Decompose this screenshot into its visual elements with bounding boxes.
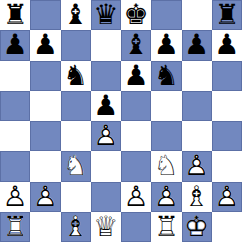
white-knight-piece: ♘ (151, 151, 181, 181)
white-rook-piece-fill: ♜ (151, 212, 181, 242)
square-c6[interactable]: ♞ (61, 61, 91, 91)
white-knight-piece-fill: ♞ (151, 151, 181, 181)
square-f7[interactable]: ♟ (151, 30, 181, 60)
white-rook-piece-fill: ♜ (0, 212, 30, 242)
black-pawn-piece: ♟ (182, 30, 212, 60)
square-d1[interactable]: ♛♕ (91, 212, 121, 242)
square-a1[interactable]: ♜♖ (0, 212, 30, 242)
square-d7[interactable] (91, 30, 121, 60)
white-knight-piece: ♘ (61, 151, 91, 181)
square-b8[interactable] (30, 0, 60, 30)
white-knight-piece-fill: ♞ (61, 151, 91, 181)
white-rook-piece: ♖ (0, 212, 30, 242)
square-e5[interactable] (121, 91, 151, 121)
square-g2[interactable]: ♝♗ (182, 182, 212, 212)
square-e1[interactable] (121, 212, 151, 242)
black-king-piece: ♚ (121, 0, 151, 30)
black-rook-piece: ♜ (212, 0, 242, 30)
square-g6[interactable] (182, 61, 212, 91)
white-pawn-piece-fill: ♟ (182, 151, 212, 181)
white-king-piece-fill: ♚ (182, 212, 212, 242)
black-queen-piece: ♛ (91, 0, 121, 30)
square-b6[interactable] (30, 61, 60, 91)
chess-board: ♜♝♛♚♜♟♟♝♟♟♟♞♟♞♟♟♙♞♘♞♘♟♙♟♙♟♙♟♙♟♙♝♗♟♙♜♖♝♗♛… (0, 0, 242, 242)
white-pawn-piece: ♙ (121, 182, 151, 212)
square-c5[interactable] (61, 91, 91, 121)
white-bishop-piece: ♗ (182, 182, 212, 212)
white-rook-piece: ♖ (151, 212, 181, 242)
square-e8[interactable]: ♚ (121, 0, 151, 30)
square-g3[interactable]: ♟♙ (182, 151, 212, 181)
square-f6[interactable]: ♞ (151, 61, 181, 91)
square-f2[interactable]: ♟♙ (151, 182, 181, 212)
square-f1[interactable]: ♜♖ (151, 212, 181, 242)
white-pawn-piece-fill: ♟ (121, 182, 151, 212)
square-b4[interactable] (30, 121, 60, 151)
white-pawn-piece-fill: ♟ (0, 182, 30, 212)
black-pawn-piece: ♟ (151, 30, 181, 60)
square-d3[interactable] (91, 151, 121, 181)
black-bishop-piece: ♝ (121, 30, 151, 60)
square-g8[interactable] (182, 0, 212, 30)
black-pawn-piece: ♟ (0, 30, 30, 60)
square-d8[interactable]: ♛ (91, 0, 121, 30)
square-c2[interactable] (61, 182, 91, 212)
white-king-piece: ♔ (182, 212, 212, 242)
black-rook-piece: ♜ (0, 0, 30, 30)
white-pawn-piece-fill: ♟ (30, 182, 60, 212)
square-e3[interactable] (121, 151, 151, 181)
square-f4[interactable] (151, 121, 181, 151)
square-c1[interactable]: ♝♗ (61, 212, 91, 242)
square-a5[interactable] (0, 91, 30, 121)
white-queen-piece-fill: ♛ (91, 212, 121, 242)
square-a3[interactable] (0, 151, 30, 181)
square-e2[interactable]: ♟♙ (121, 182, 151, 212)
square-e6[interactable]: ♟ (121, 61, 151, 91)
square-a6[interactable] (0, 61, 30, 91)
square-e7[interactable]: ♝ (121, 30, 151, 60)
white-pawn-piece-fill: ♟ (91, 121, 121, 151)
square-g5[interactable] (182, 91, 212, 121)
white-bishop-piece-fill: ♝ (61, 212, 91, 242)
white-pawn-piece: ♙ (30, 182, 60, 212)
square-h1[interactable] (212, 212, 242, 242)
square-b3[interactable] (30, 151, 60, 181)
white-bishop-piece-fill: ♝ (182, 182, 212, 212)
black-pawn-piece: ♟ (91, 91, 121, 121)
square-b1[interactable] (30, 212, 60, 242)
black-knight-piece: ♞ (151, 61, 181, 91)
square-b2[interactable]: ♟♙ (30, 182, 60, 212)
square-d4[interactable]: ♟♙ (91, 121, 121, 151)
square-a7[interactable]: ♟ (0, 30, 30, 60)
white-pawn-piece: ♙ (0, 182, 30, 212)
square-a8[interactable]: ♜ (0, 0, 30, 30)
square-h4[interactable] (212, 121, 242, 151)
square-c7[interactable] (61, 30, 91, 60)
square-c3[interactable]: ♞♘ (61, 151, 91, 181)
white-pawn-piece: ♙ (91, 121, 121, 151)
square-h8[interactable]: ♜ (212, 0, 242, 30)
white-pawn-piece-fill: ♟ (212, 182, 242, 212)
black-pawn-piece: ♟ (121, 61, 151, 91)
white-pawn-piece: ♙ (212, 182, 242, 212)
square-f3[interactable]: ♞♘ (151, 151, 181, 181)
square-f8[interactable] (151, 0, 181, 30)
square-g1[interactable]: ♚♔ (182, 212, 212, 242)
black-pawn-piece: ♟ (212, 30, 242, 60)
square-g4[interactable] (182, 121, 212, 151)
square-b5[interactable] (30, 91, 60, 121)
square-a2[interactable]: ♟♙ (0, 182, 30, 212)
black-pawn-piece: ♟ (30, 30, 60, 60)
square-h6[interactable] (212, 61, 242, 91)
square-h5[interactable] (212, 91, 242, 121)
black-bishop-piece: ♝ (61, 0, 91, 30)
square-d6[interactable] (91, 61, 121, 91)
square-d5[interactable]: ♟ (91, 91, 121, 121)
square-c4[interactable] (61, 121, 91, 151)
white-bishop-piece: ♗ (61, 212, 91, 242)
white-queen-piece: ♕ (91, 212, 121, 242)
white-pawn-piece: ♙ (151, 182, 181, 212)
square-f5[interactable] (151, 91, 181, 121)
square-h2[interactable]: ♟♙ (212, 182, 242, 212)
square-g7[interactable]: ♟ (182, 30, 212, 60)
square-d2[interactable] (91, 182, 121, 212)
white-pawn-piece-fill: ♟ (151, 182, 181, 212)
square-e4[interactable] (121, 121, 151, 151)
square-a4[interactable] (0, 121, 30, 151)
black-knight-piece: ♞ (61, 61, 91, 91)
square-b7[interactable]: ♟ (30, 30, 60, 60)
square-c8[interactable]: ♝ (61, 0, 91, 30)
square-h7[interactable]: ♟ (212, 30, 242, 60)
white-pawn-piece: ♙ (182, 151, 212, 181)
square-h3[interactable] (212, 151, 242, 181)
